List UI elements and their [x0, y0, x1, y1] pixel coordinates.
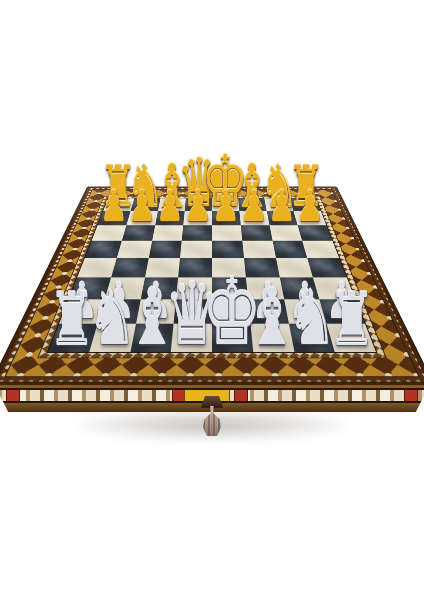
square-f5	[242, 241, 275, 258]
piece-black-pawn-c7: ♟	[156, 184, 184, 227]
square-e5	[212, 241, 244, 258]
photo-canvas: ♜♞♝♛♚♝♞♜♟♟♟♟♟♟♟♟♟♟♟♟♟♟♟♟♜♞♝♛♚♝♞♜	[0, 0, 424, 600]
square-h5	[302, 241, 339, 258]
piece-black-pawn-a7: ♟	[100, 184, 128, 227]
piece-black-pawn-h7: ♟	[296, 184, 324, 227]
piece-black-pawn-b7: ♟	[128, 184, 156, 227]
piece-white-rook-h1: ♜	[328, 283, 376, 357]
red-accent-right-end	[404, 390, 418, 401]
square-d5	[180, 241, 212, 258]
piece-black-pawn-g7: ♟	[268, 184, 296, 227]
square-b5	[117, 241, 152, 258]
red-accent-right-center	[234, 390, 248, 401]
red-accent-left-end	[6, 390, 20, 401]
piece-black-pawn-f7: ♟	[240, 184, 268, 227]
square-c5	[148, 241, 181, 258]
piece-black-pawn-e7: ♟	[212, 184, 240, 227]
piece-black-pawn-d7: ♟	[184, 184, 212, 227]
